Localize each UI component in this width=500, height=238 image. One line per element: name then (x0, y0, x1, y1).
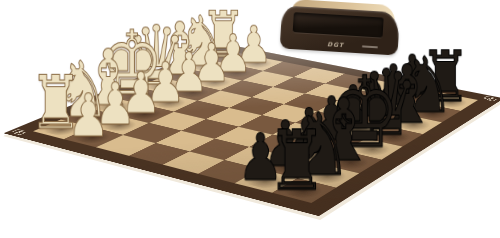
clock-display (293, 12, 384, 37)
clock-brand-label: DGT (327, 40, 344, 48)
scene-tilt: ♜♟♟♜♞♟♟♞♝♟♟♝♛♟♟♛♚♟♟♚♝♟♟♝♞♟♟♞♜♟♟♜ (0, 0, 500, 238)
clock-body: DGT (280, 5, 400, 55)
dgt-logo-left (9, 129, 28, 135)
dgt-logo-right (481, 96, 498, 102)
product-photo: ♜♟♟♜♞♟♟♞♝♟♟♝♛♟♟♛♚♟♟♚♝♟♟♝♞♟♟♞♜♟♟♜ DGT (0, 0, 500, 238)
dgt-chess-clock: DGT (279, 0, 400, 59)
chess-board: ♜♟♟♜♞♟♟♞♝♟♟♝♛♟♟♛♚♟♟♚♝♟♟♝♞♟♟♞♜♟♟♜ (4, 43, 500, 216)
black-rook-h8: ♜ (267, 119, 326, 202)
clock-model-text (362, 45, 378, 48)
square-h8: ♜ (272, 178, 336, 203)
white-pawn-h2: ♟ (67, 86, 110, 145)
perspective-container: ♜♟♟♜♞♟♟♞♝♟♟♝♛♟♟♛♚♟♟♚♝♟♟♝♞♟♟♞♜♟♟♜ (0, 0, 500, 238)
